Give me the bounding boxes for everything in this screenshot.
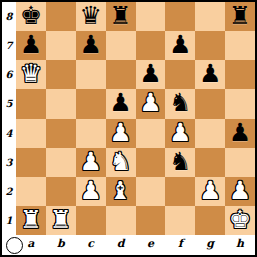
square-a7[interactable]: ♟ bbox=[16, 31, 46, 60]
black-king[interactable]: ♚ bbox=[20, 3, 42, 28]
rank-label-8: 8 bbox=[2, 2, 16, 31]
black-pawn[interactable]: ♟ bbox=[169, 32, 191, 57]
square-h8[interactable]: ♜ bbox=[225, 2, 255, 31]
square-c3[interactable]: ♟ bbox=[76, 148, 106, 177]
square-f2[interactable] bbox=[165, 177, 195, 206]
square-g7[interactable] bbox=[195, 31, 225, 60]
white-pawn[interactable]: ♟ bbox=[169, 120, 191, 145]
square-d5[interactable]: ♟ bbox=[106, 89, 136, 118]
square-f7[interactable]: ♟ bbox=[165, 31, 195, 60]
square-h1[interactable]: ♚ bbox=[225, 206, 255, 235]
square-a1[interactable]: ♜ bbox=[16, 206, 46, 235]
rank-label-1: 1 bbox=[2, 206, 16, 235]
square-a2[interactable] bbox=[16, 177, 46, 206]
square-a8[interactable]: ♚ bbox=[16, 2, 46, 31]
square-f6[interactable] bbox=[165, 60, 195, 89]
white-pawn[interactable]: ♟ bbox=[199, 178, 221, 203]
square-e2[interactable] bbox=[136, 177, 166, 206]
white-pawn[interactable]: ♟ bbox=[229, 178, 251, 203]
white-pawn[interactable]: ♟ bbox=[139, 90, 161, 115]
rank-label-5: 5 bbox=[2, 89, 16, 118]
white-rook[interactable]: ♜ bbox=[20, 207, 42, 232]
square-d2[interactable]: ♝ bbox=[106, 177, 136, 206]
square-d3[interactable]: ♞ bbox=[106, 148, 136, 177]
rank-label-6: 6 bbox=[2, 60, 16, 89]
square-f5[interactable]: ♞ bbox=[165, 89, 195, 118]
white-rook[interactable]: ♜ bbox=[50, 207, 72, 232]
square-a4[interactable] bbox=[16, 119, 46, 148]
square-f8[interactable] bbox=[165, 2, 195, 31]
square-e1[interactable] bbox=[136, 206, 166, 235]
square-g8[interactable] bbox=[195, 2, 225, 31]
square-a3[interactable] bbox=[16, 148, 46, 177]
square-b4[interactable] bbox=[46, 119, 76, 148]
square-c6[interactable] bbox=[76, 60, 106, 89]
square-h3[interactable] bbox=[225, 148, 255, 177]
file-label-f: f bbox=[165, 235, 195, 255]
file-label-c: c bbox=[76, 235, 106, 255]
white-pawn[interactable]: ♟ bbox=[109, 120, 131, 145]
square-e8[interactable] bbox=[136, 2, 166, 31]
square-d4[interactable]: ♟ bbox=[106, 119, 136, 148]
black-pawn[interactable]: ♟ bbox=[79, 32, 101, 57]
white-knight[interactable]: ♞ bbox=[109, 149, 131, 174]
square-b5[interactable] bbox=[46, 89, 76, 118]
file-label-g: g bbox=[195, 235, 225, 255]
square-g6[interactable]: ♟ bbox=[195, 60, 225, 89]
square-c8[interactable]: ♛ bbox=[76, 2, 106, 31]
file-labels: abcdefgh bbox=[16, 235, 255, 255]
white-bishop[interactable]: ♝ bbox=[109, 178, 131, 203]
square-b1[interactable]: ♜ bbox=[46, 206, 76, 235]
chess-board[interactable]: ♚♛♜♜♟♟♟♛♟♟♟♟♞♟♟♟♟♞♞♟♝♟♟♜♜♚ bbox=[16, 2, 255, 235]
file-label-h: h bbox=[225, 235, 255, 255]
square-e6[interactable]: ♟ bbox=[136, 60, 166, 89]
square-b2[interactable] bbox=[46, 177, 76, 206]
rank-label-4: 4 bbox=[2, 119, 16, 148]
rank-labels: 87654321 bbox=[2, 2, 16, 235]
black-pawn[interactable]: ♟ bbox=[199, 61, 221, 86]
black-rook[interactable]: ♜ bbox=[109, 3, 131, 28]
rank-label-3: 3 bbox=[2, 148, 16, 177]
square-h2[interactable]: ♟ bbox=[225, 177, 255, 206]
square-e7[interactable] bbox=[136, 31, 166, 60]
square-c7[interactable]: ♟ bbox=[76, 31, 106, 60]
rank-label-7: 7 bbox=[2, 31, 16, 60]
white-queen[interactable]: ♛ bbox=[20, 61, 42, 86]
square-a5[interactable] bbox=[16, 89, 46, 118]
white-to-move-indicator bbox=[6, 237, 23, 254]
black-pawn[interactable]: ♟ bbox=[109, 90, 131, 115]
file-label-b: b bbox=[46, 235, 76, 255]
square-d6[interactable] bbox=[106, 60, 136, 89]
square-f3[interactable]: ♞ bbox=[165, 148, 195, 177]
square-e3[interactable] bbox=[136, 148, 166, 177]
square-h4[interactable]: ♟ bbox=[225, 119, 255, 148]
square-d8[interactable]: ♜ bbox=[106, 2, 136, 31]
square-b3[interactable] bbox=[46, 148, 76, 177]
black-pawn[interactable]: ♟ bbox=[139, 61, 161, 86]
black-pawn[interactable]: ♟ bbox=[229, 120, 251, 145]
black-queen[interactable]: ♛ bbox=[79, 3, 101, 28]
square-b8[interactable] bbox=[46, 2, 76, 31]
square-a6[interactable]: ♛ bbox=[16, 60, 46, 89]
rank-label-2: 2 bbox=[2, 177, 16, 206]
square-g5[interactable] bbox=[195, 89, 225, 118]
square-d7[interactable] bbox=[106, 31, 136, 60]
file-label-d: d bbox=[106, 235, 136, 255]
square-g4[interactable] bbox=[195, 119, 225, 148]
square-g3[interactable] bbox=[195, 148, 225, 177]
white-pawn[interactable]: ♟ bbox=[79, 149, 101, 174]
square-b7[interactable] bbox=[46, 31, 76, 60]
square-f1[interactable] bbox=[165, 206, 195, 235]
square-c2[interactable]: ♟ bbox=[76, 177, 106, 206]
white-pawn[interactable]: ♟ bbox=[79, 178, 101, 203]
square-g1[interactable] bbox=[195, 206, 225, 235]
white-king[interactable]: ♚ bbox=[229, 207, 251, 232]
black-knight[interactable]: ♞ bbox=[169, 149, 191, 174]
square-h5[interactable] bbox=[225, 89, 255, 118]
square-f4[interactable]: ♟ bbox=[165, 119, 195, 148]
square-b6[interactable] bbox=[46, 60, 76, 89]
black-pawn[interactable]: ♟ bbox=[20, 32, 42, 57]
black-rook[interactable]: ♜ bbox=[229, 3, 251, 28]
square-c1[interactable] bbox=[76, 206, 106, 235]
square-e4[interactable] bbox=[136, 119, 166, 148]
square-h7[interactable] bbox=[225, 31, 255, 60]
chess-diagram: 87654321 ♚♛♜♜♟♟♟♛♟♟♟♟♞♟♟♟♟♞♞♟♝♟♟♜♜♚ abcd… bbox=[0, 0, 257, 257]
square-c5[interactable] bbox=[76, 89, 106, 118]
square-c4[interactable] bbox=[76, 119, 106, 148]
square-e5[interactable]: ♟ bbox=[136, 89, 166, 118]
file-label-e: e bbox=[136, 235, 166, 255]
black-knight[interactable]: ♞ bbox=[169, 90, 191, 115]
square-g2[interactable]: ♟ bbox=[195, 177, 225, 206]
square-h6[interactable] bbox=[225, 60, 255, 89]
square-d1[interactable] bbox=[106, 206, 136, 235]
